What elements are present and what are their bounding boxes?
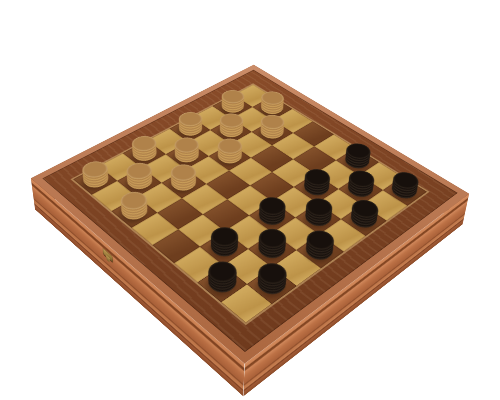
- box-lid: [31, 65, 469, 364]
- board-box: [31, 65, 469, 364]
- brass-latch[interactable]: [103, 248, 113, 266]
- photo-canvas: [0, 0, 500, 400]
- scene: [0, 0, 500, 400]
